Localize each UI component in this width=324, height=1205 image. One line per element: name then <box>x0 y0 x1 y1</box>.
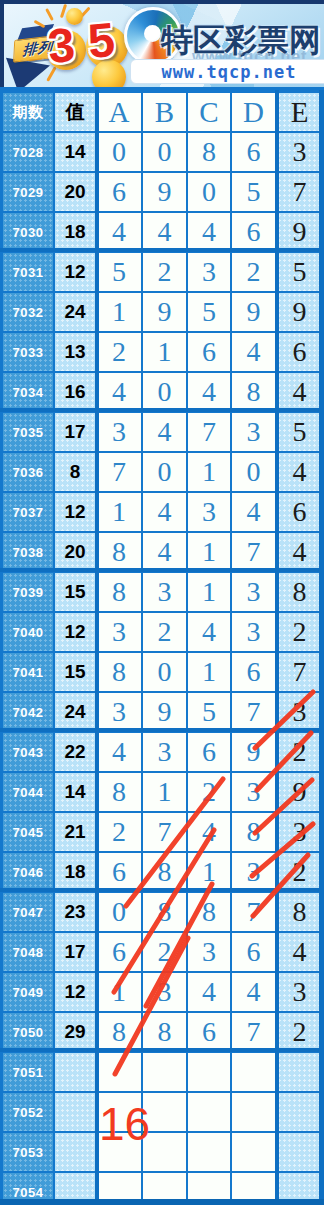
e-digit-cell: 9 <box>277 213 324 253</box>
period-cell: 7028 <box>3 133 55 173</box>
group-separator-after-7050 <box>0 1048 324 1052</box>
digit-cell-b: 4 <box>143 533 188 573</box>
e-digit-cell: 2 <box>277 1013 324 1053</box>
digit-cell-a: 1 <box>97 973 143 1013</box>
group-separator-after-7046 <box>0 888 324 892</box>
period-cell: 7052 <box>3 1093 55 1133</box>
digit-cell-c: 4 <box>188 373 232 413</box>
logo-digit-3: 3 <box>46 21 77 71</box>
digit-cell-a: 4 <box>97 373 143 413</box>
digit-cell-b: 4 <box>143 213 188 253</box>
period-cell: 7046 <box>3 853 55 893</box>
digit-cell-a: 4 <box>97 733 143 773</box>
digit-cell-d: 8 <box>232 813 277 853</box>
value-cell: 14 <box>55 773 97 813</box>
e-digit-cell: 4 <box>277 933 324 973</box>
period-cell: 7051 <box>3 1053 55 1093</box>
e-digit-cell: 2 <box>277 613 324 653</box>
digit-cell-c: 1 <box>188 453 232 493</box>
e-digit-cell: 9 <box>277 773 324 813</box>
group-separator-after-7042 <box>0 728 324 732</box>
e-digit-cell: 3 <box>277 133 324 173</box>
digit-cell-d: 4 <box>232 493 277 533</box>
digit-cell-c: 3 <box>188 493 232 533</box>
column-header-b: B <box>143 93 188 133</box>
digit-cell-b: 1 <box>143 333 188 373</box>
value-cell: 16 <box>55 373 97 413</box>
period-cell: 7042 <box>3 693 55 733</box>
value-cell <box>55 1133 97 1173</box>
digit-cell-b: 2 <box>143 933 188 973</box>
e-digit-cell: 6 <box>277 333 324 373</box>
period-cell: 7049 <box>3 973 55 1013</box>
e-digit-cell: 8 <box>277 573 324 613</box>
digit-cell-b: 9 <box>143 293 188 333</box>
digit-cell-b: 0 <box>143 373 188 413</box>
e-digit-cell: 6 <box>277 493 324 533</box>
group-separator-after-7038 <box>0 568 324 572</box>
table-bottom-border <box>0 1199 324 1205</box>
digit-cell-a: 3 <box>97 413 143 453</box>
digit-cell-c <box>188 1133 232 1173</box>
digit-cell-b: 1 <box>143 773 188 813</box>
value-cell: 12 <box>55 253 97 293</box>
digit-cell-c: 4 <box>188 973 232 1013</box>
digit-cell-a: 3 <box>97 613 143 653</box>
digit-cell-c: 4 <box>188 213 232 253</box>
e-digit-cell: 8 <box>277 893 324 933</box>
digit-cell-b: 8 <box>143 893 188 933</box>
digit-cell-b: 0 <box>143 453 188 493</box>
digit-cell-d: 7 <box>232 693 277 733</box>
digit-cell-b: 0 <box>143 653 188 693</box>
digit-cell-a: 8 <box>97 653 143 693</box>
digit-cell-a: 1 <box>97 293 143 333</box>
column-header-value: 值 <box>55 93 97 133</box>
digit-cell-b: 8 <box>143 853 188 893</box>
digit-cell-d: 4 <box>232 973 277 1013</box>
site-url-text: www.tqcp.net <box>162 62 297 82</box>
value-cell: 13 <box>55 333 97 373</box>
digit-cell-a: 7 <box>97 453 143 493</box>
period-cell: 7031 <box>3 253 55 293</box>
digit-cell-b: 0 <box>143 133 188 173</box>
digit-cell-d: 5 <box>232 173 277 213</box>
digit-cell-d: 2 <box>232 253 277 293</box>
e-digit-cell: 4 <box>277 373 324 413</box>
digit-cell-b <box>143 1093 188 1133</box>
digit-cell-d <box>232 1053 277 1093</box>
digit-cell-d: 3 <box>232 413 277 453</box>
digit-cell-d: 9 <box>232 293 277 333</box>
digit-cell-b: 7 <box>143 813 188 853</box>
period-cell: 7037 <box>3 493 55 533</box>
column-header-a: A <box>97 93 143 133</box>
period-cell: 7035 <box>3 413 55 453</box>
period-cell: 7044 <box>3 773 55 813</box>
site-url-box[interactable]: www.tqcp.net <box>130 59 324 84</box>
value-cell: 15 <box>55 573 97 613</box>
value-cell: 24 <box>55 293 97 333</box>
value-cell: 22 <box>55 733 97 773</box>
digit-cell-b <box>143 1053 188 1093</box>
digit-cell-c: 5 <box>188 293 232 333</box>
e-digit-cell: 3 <box>277 973 324 1013</box>
period-cell: 7047 <box>3 893 55 933</box>
digit-cell-d <box>232 1133 277 1173</box>
digit-cell-c: 5 <box>188 693 232 733</box>
digit-cell-b: 4 <box>143 493 188 533</box>
digit-cell-d: 6 <box>232 213 277 253</box>
period-cell: 7048 <box>3 933 55 973</box>
column-header-c: C <box>188 93 232 133</box>
digit-cell-a: 8 <box>97 773 143 813</box>
column-header-period: 期数 <box>3 93 55 133</box>
value-cell: 14 <box>55 133 97 173</box>
pailie5-trend-chart: 排列 3 5 特区彩票网 www.tqcp.net www.tqcp.net 期… <box>0 0 324 1205</box>
digit-cell-b: 9 <box>143 173 188 213</box>
digit-cell-a: 5 <box>97 253 143 293</box>
digit-cell-a: 2 <box>97 813 143 853</box>
digit-cell-d: 3 <box>232 853 277 893</box>
period-cell: 7033 <box>3 333 55 373</box>
value-cell: 8 <box>55 453 97 493</box>
value-cell: 20 <box>55 533 97 573</box>
digit-cell-c: 1 <box>188 573 232 613</box>
digit-cell-b: 3 <box>143 573 188 613</box>
e-digit-cell <box>277 1053 324 1093</box>
digit-cell-a: 0 <box>97 133 143 173</box>
digit-cell-a: 8 <box>97 573 143 613</box>
value-cell: 17 <box>55 933 97 973</box>
digit-cell-d: 0 <box>232 453 277 493</box>
digit-cell-c: 8 <box>188 893 232 933</box>
digit-cell-c: 1 <box>188 853 232 893</box>
table-right-border <box>319 90 324 1200</box>
group-separator-after-7030 <box>0 248 324 252</box>
period-cell: 7041 <box>3 653 55 693</box>
e-digit-cell: 3 <box>277 693 324 733</box>
digit-cell-c: 3 <box>188 253 232 293</box>
period-cell: 7043 <box>3 733 55 773</box>
logo-digit-5: 5 <box>86 16 117 66</box>
digit-cell-a <box>97 1133 143 1173</box>
value-cell: 18 <box>55 213 97 253</box>
value-cell: 12 <box>55 973 97 1013</box>
e-digit-cell: 5 <box>277 253 324 293</box>
digit-cell-d: 3 <box>232 613 277 653</box>
digit-cell-a: 8 <box>97 1013 143 1053</box>
digit-cell-c: 2 <box>188 773 232 813</box>
e-digit-cell: 4 <box>277 453 324 493</box>
e-digit-cell <box>277 1133 324 1173</box>
value-cell: 23 <box>55 893 97 933</box>
value-cell <box>55 1053 97 1093</box>
digit-cell-b: 2 <box>143 613 188 653</box>
digit-cell-d: 6 <box>232 653 277 693</box>
digit-cell-c <box>188 1093 232 1133</box>
value-cell: 17 <box>55 413 97 453</box>
value-cell: 24 <box>55 693 97 733</box>
period-cell: 7045 <box>3 813 55 853</box>
digit-cell-d: 7 <box>232 533 277 573</box>
digit-cell-d: 8 <box>232 373 277 413</box>
period-cell: 7032 <box>3 293 55 333</box>
digit-cell-b: 9 <box>143 693 188 733</box>
digit-cell-a <box>97 1093 143 1133</box>
period-cell: 7040 <box>3 613 55 653</box>
digit-cell-b: 8 <box>143 1013 188 1053</box>
digit-cell-a: 1 <box>97 493 143 533</box>
digit-cell-a: 3 <box>97 693 143 733</box>
digit-cell-a: 6 <box>97 173 143 213</box>
e-digit-cell: 7 <box>277 653 324 693</box>
digit-cell-b: 3 <box>143 973 188 1013</box>
digit-cell-d: 6 <box>232 933 277 973</box>
digit-cell-b: 3 <box>143 733 188 773</box>
period-cell: 7034 <box>3 373 55 413</box>
digit-cell-a: 2 <box>97 333 143 373</box>
digit-cell-d: 3 <box>232 773 277 813</box>
digit-cell-a: 0 <box>97 893 143 933</box>
digit-cell-c: 4 <box>188 613 232 653</box>
e-digit-cell: 3 <box>277 813 324 853</box>
digit-cell-d: 6 <box>232 133 277 173</box>
period-cell: 7036 <box>3 453 55 493</box>
digit-cell-b: 2 <box>143 253 188 293</box>
thick-separator-d-e <box>275 90 279 1200</box>
period-cell: 7053 <box>3 1133 55 1173</box>
digit-cell-c: 6 <box>188 1013 232 1053</box>
e-digit-cell: 2 <box>277 853 324 893</box>
digit-cell-c: 1 <box>188 653 232 693</box>
digit-cell-c: 4 <box>188 813 232 853</box>
e-digit-cell: 7 <box>277 173 324 213</box>
digit-cell-a: 4 <box>97 213 143 253</box>
digit-cell-d: 4 <box>232 333 277 373</box>
column-header-e: E <box>277 93 324 133</box>
digit-cell-d: 7 <box>232 1013 277 1053</box>
value-cell: 12 <box>55 613 97 653</box>
digit-cell-c: 3 <box>188 933 232 973</box>
digit-cell-b <box>143 1133 188 1173</box>
digit-cell-a: 6 <box>97 853 143 893</box>
e-digit-cell <box>277 1093 324 1133</box>
period-cell: 7050 <box>3 1013 55 1053</box>
digit-cell-c: 6 <box>188 733 232 773</box>
digit-cell-a <box>97 1053 143 1093</box>
digit-cell-c <box>188 1053 232 1093</box>
value-cell: 20 <box>55 173 97 213</box>
digit-cell-c: 7 <box>188 413 232 453</box>
digit-cell-c: 8 <box>188 133 232 173</box>
period-cell: 7030 <box>3 213 55 253</box>
value-cell: 18 <box>55 853 97 893</box>
column-header-d: D <box>232 93 277 133</box>
value-cell <box>55 1093 97 1133</box>
digit-cell-a: 6 <box>97 933 143 973</box>
value-cell: 15 <box>55 653 97 693</box>
e-digit-cell: 4 <box>277 533 324 573</box>
period-cell: 7039 <box>3 573 55 613</box>
digit-cell-b: 4 <box>143 413 188 453</box>
e-digit-cell: 5 <box>277 413 324 453</box>
digit-cell-d: 7 <box>232 893 277 933</box>
digit-cell-c: 6 <box>188 333 232 373</box>
value-cell: 21 <box>55 813 97 853</box>
digit-cell-c: 0 <box>188 173 232 213</box>
banner: 排列 3 5 特区彩票网 www.tqcp.net www.tqcp.net <box>0 0 324 90</box>
digit-cell-a: 8 <box>97 533 143 573</box>
digit-cell-d: 3 <box>232 573 277 613</box>
digit-cell-c: 1 <box>188 533 232 573</box>
digit-cell-d: 9 <box>232 733 277 773</box>
value-cell: 12 <box>55 493 97 533</box>
digit-cell-d <box>232 1093 277 1133</box>
thick-separator-value-a <box>95 90 99 1200</box>
period-cell: 7038 <box>3 533 55 573</box>
e-digit-cell: 9 <box>277 293 324 333</box>
value-cell: 29 <box>55 1013 97 1053</box>
period-cell: 7029 <box>3 173 55 213</box>
e-digit-cell: 2 <box>277 733 324 773</box>
group-separator-after-7034 <box>0 408 324 412</box>
